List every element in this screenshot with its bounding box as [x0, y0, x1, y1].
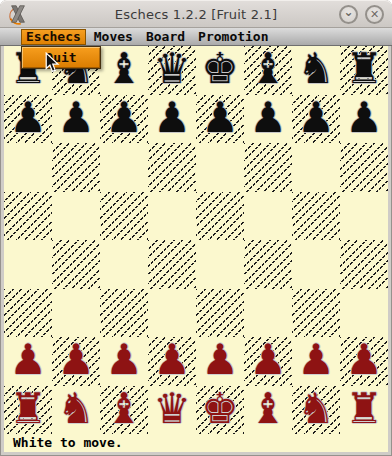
square-b2[interactable]: ♟ — [52, 337, 100, 386]
piece-black-pawn[interactable]: ♟ — [201, 97, 239, 139]
square-b1[interactable]: ♞ — [52, 386, 100, 435]
mouse-cursor-icon — [44, 52, 60, 74]
square-a6[interactable] — [4, 143, 52, 192]
square-f6[interactable] — [244, 143, 292, 192]
piece-white-pawn[interactable]: ♟ — [297, 339, 335, 381]
square-f4[interactable] — [244, 240, 292, 289]
square-g1[interactable]: ♞ — [292, 386, 340, 435]
piece-black-king[interactable]: ♚ — [201, 48, 239, 90]
square-g2[interactable]: ♟ — [292, 337, 340, 386]
piece-white-pawn[interactable]: ♟ — [249, 339, 287, 381]
square-d7[interactable]: ♟ — [148, 95, 196, 144]
square-h5[interactable] — [340, 192, 388, 241]
square-f1[interactable]: ♝ — [244, 386, 292, 435]
piece-white-pawn[interactable]: ♟ — [345, 339, 383, 381]
square-c4[interactable] — [100, 240, 148, 289]
piece-white-pawn[interactable]: ♟ — [105, 339, 143, 381]
square-e6[interactable] — [196, 143, 244, 192]
square-f3[interactable] — [244, 289, 292, 338]
shade-icon[interactable] — [339, 5, 358, 24]
piece-white-rook[interactable]: ♜ — [345, 388, 383, 430]
square-c3[interactable] — [100, 289, 148, 338]
square-g3[interactable] — [292, 289, 340, 338]
status-text: White to move. — [13, 435, 123, 450]
square-e4[interactable] — [196, 240, 244, 289]
piece-black-pawn[interactable]: ♟ — [345, 97, 383, 139]
piece-white-pawn[interactable]: ♟ — [57, 339, 95, 381]
square-b3[interactable] — [52, 289, 100, 338]
square-h8[interactable]: ♜ — [340, 46, 388, 95]
square-c7[interactable]: ♟ — [100, 95, 148, 144]
close-icon[interactable] — [365, 5, 384, 24]
menu-item-moves[interactable]: Moves — [89, 29, 138, 45]
square-d3[interactable] — [148, 289, 196, 338]
square-h6[interactable] — [340, 143, 388, 192]
piece-black-rook[interactable]: ♜ — [345, 48, 383, 90]
piece-white-rook[interactable]: ♜ — [9, 388, 47, 430]
square-b7[interactable]: ♟ — [52, 95, 100, 144]
square-c6[interactable] — [100, 143, 148, 192]
piece-black-pawn[interactable]: ♟ — [297, 97, 335, 139]
square-d8[interactable]: ♛ — [148, 46, 196, 95]
square-c8[interactable]: ♝ — [100, 46, 148, 95]
square-g6[interactable] — [292, 143, 340, 192]
piece-black-bishop[interactable]: ♝ — [249, 48, 287, 90]
square-h3[interactable] — [340, 289, 388, 338]
status-bar: White to move. — [4, 434, 388, 452]
square-a2[interactable]: ♟ — [4, 337, 52, 386]
square-h4[interactable] — [340, 240, 388, 289]
square-d5[interactable] — [148, 192, 196, 241]
piece-black-knight[interactable]: ♞ — [297, 48, 335, 90]
piece-black-pawn[interactable]: ♟ — [57, 97, 95, 139]
square-a1[interactable]: ♜ — [4, 386, 52, 435]
square-c5[interactable] — [100, 192, 148, 241]
piece-black-pawn[interactable]: ♟ — [153, 97, 191, 139]
board-frame: ♜♞♝♛♚♝♞♜♟♟♟♟♟♟♟♟♟♟♟♟♟♟♟♟♜♞♝♛♚♝♞♜ — [0, 46, 392, 434]
eschecs-menu-popup: Quit — [21, 46, 101, 69]
square-d6[interactable] — [148, 143, 196, 192]
square-f8[interactable]: ♝ — [244, 46, 292, 95]
piece-black-pawn[interactable]: ♟ — [249, 97, 287, 139]
square-f2[interactable]: ♟ — [244, 337, 292, 386]
piece-black-queen[interactable]: ♛ — [153, 48, 191, 90]
piece-white-pawn[interactable]: ♟ — [153, 339, 191, 381]
square-e2[interactable]: ♟ — [196, 337, 244, 386]
square-f7[interactable]: ♟ — [244, 95, 292, 144]
square-d2[interactable]: ♟ — [148, 337, 196, 386]
piece-black-pawn[interactable]: ♟ — [105, 97, 143, 139]
square-c2[interactable]: ♟ — [100, 337, 148, 386]
square-b6[interactable] — [52, 143, 100, 192]
title-bar[interactable]: Eschecs 1.2.2 [Fruit 2.1] — [0, 0, 392, 28]
square-g7[interactable]: ♟ — [292, 95, 340, 144]
piece-white-queen[interactable]: ♛ — [153, 388, 191, 430]
square-h2[interactable]: ♟ — [340, 337, 388, 386]
x11-logo-icon — [7, 3, 29, 25]
square-h7[interactable]: ♟ — [340, 95, 388, 144]
square-c1[interactable]: ♝ — [100, 386, 148, 435]
piece-black-bishop[interactable]: ♝ — [105, 48, 143, 90]
piece-white-bishop[interactable]: ♝ — [105, 388, 143, 430]
piece-white-bishop[interactable]: ♝ — [249, 388, 287, 430]
square-d4[interactable] — [148, 240, 196, 289]
square-b5[interactable] — [52, 192, 100, 241]
square-e1[interactable]: ♚ — [196, 386, 244, 435]
piece-white-king[interactable]: ♚ — [201, 388, 239, 430]
app-window: Eschecs 1.2.2 [Fruit 2.1] Eschecs Moves … — [0, 0, 392, 456]
square-e5[interactable] — [196, 192, 244, 241]
piece-black-pawn[interactable]: ♟ — [9, 97, 47, 139]
square-a3[interactable] — [4, 289, 52, 338]
square-g5[interactable] — [292, 192, 340, 241]
piece-white-knight[interactable]: ♞ — [57, 388, 95, 430]
square-a5[interactable] — [4, 192, 52, 241]
square-b4[interactable] — [52, 240, 100, 289]
window-title: Eschecs 1.2.2 [Fruit 2.1] — [0, 7, 392, 22]
menu-item-board[interactable]: Board — [141, 29, 190, 45]
titlebar-buttons — [339, 5, 384, 24]
chess-board: ♜♞♝♛♚♝♞♜♟♟♟♟♟♟♟♟♟♟♟♟♟♟♟♟♜♞♝♛♚♝♞♜ — [4, 46, 388, 434]
menu-bar: Eschecs Moves Board Promotion — [0, 28, 392, 46]
square-f5[interactable] — [244, 192, 292, 241]
menu-item-promotion[interactable]: Promotion — [193, 29, 273, 45]
piece-white-pawn[interactable]: ♟ — [9, 339, 47, 381]
square-g4[interactable] — [292, 240, 340, 289]
square-e8[interactable]: ♚ — [196, 46, 244, 95]
square-g8[interactable]: ♞ — [292, 46, 340, 95]
square-e3[interactable] — [196, 289, 244, 338]
menu-item-eschecs[interactable]: Eschecs — [21, 29, 86, 45]
square-d1[interactable]: ♛ — [148, 386, 196, 435]
square-a7[interactable]: ♟ — [4, 95, 52, 144]
square-a4[interactable] — [4, 240, 52, 289]
piece-white-pawn[interactable]: ♟ — [201, 339, 239, 381]
square-h1[interactable]: ♜ — [340, 386, 388, 435]
piece-white-knight[interactable]: ♞ — [297, 388, 335, 430]
square-e7[interactable]: ♟ — [196, 95, 244, 144]
